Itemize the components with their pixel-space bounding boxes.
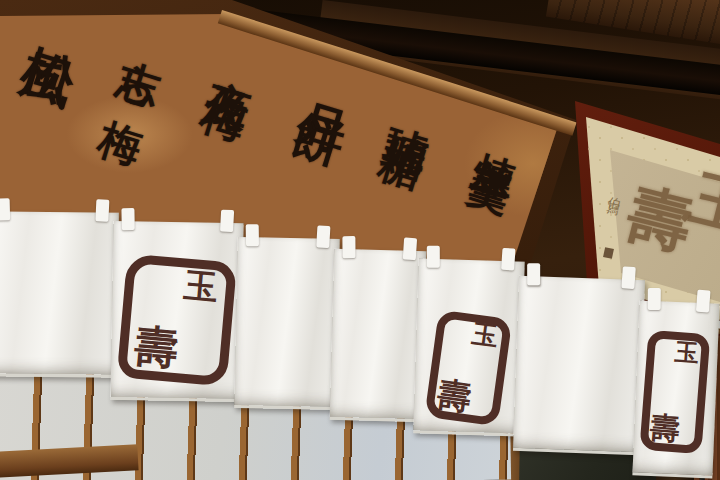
- seal-char-bottom: 壽: [133, 323, 181, 371]
- noren-panel: [330, 249, 427, 423]
- noren-panel: 玉 壽: [632, 300, 719, 478]
- noren-panel: [234, 237, 340, 410]
- seal-char-top: 玉: [470, 320, 499, 349]
- noren-panel: [513, 276, 645, 455]
- noren-seal-stamp: 玉 壽: [424, 309, 512, 426]
- noren-panel: 玉 壽: [413, 258, 524, 436]
- noren-seal-stamp: 玉 壽: [117, 253, 237, 386]
- seal-char-bottom: 壽: [435, 376, 473, 414]
- seal-char-top: 玉: [674, 340, 700, 366]
- seal-char-top: 玉: [182, 268, 219, 305]
- photo-scene: 煉羊羹 琥珀糖 月餅 夜乃梅 志ら梅 松風 壽 玉 伯寫 玉 壽 玉 壽: [0, 0, 720, 480]
- noren-panel: [0, 211, 119, 377]
- noren-panel: 玉 壽: [110, 221, 243, 402]
- seal-char-bottom: 壽: [649, 412, 681, 444]
- noren-seal-stamp: 玉 壽: [639, 330, 710, 454]
